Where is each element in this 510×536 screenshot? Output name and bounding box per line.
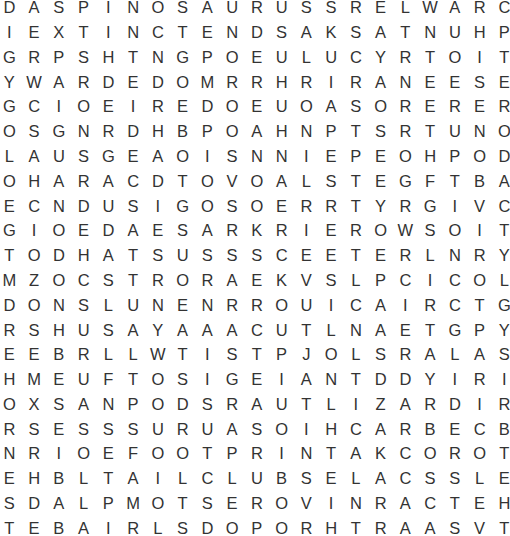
grid-cell[interactable]: O <box>245 193 270 218</box>
grid-cell[interactable]: T <box>492 516 510 536</box>
grid-cell[interactable]: O <box>368 94 393 119</box>
grid-cell[interactable]: A <box>121 317 146 342</box>
grid-cell[interactable]: L <box>344 268 369 293</box>
grid-cell[interactable]: O <box>170 144 195 169</box>
grid-cell[interactable]: A <box>195 317 220 342</box>
grid-cell[interactable]: A <box>121 466 146 491</box>
grid-cell[interactable]: L <box>71 466 96 491</box>
grid-cell[interactable]: S <box>121 417 146 442</box>
grid-cell[interactable]: I <box>47 94 72 119</box>
grid-cell[interactable]: H <box>319 516 344 536</box>
grid-cell[interactable]: R <box>393 193 418 218</box>
grid-cell[interactable]: S <box>344 94 369 119</box>
grid-cell[interactable]: R <box>245 441 270 466</box>
grid-cell[interactable]: T <box>170 20 195 45</box>
grid-cell[interactable]: R <box>269 218 294 243</box>
grid-cell[interactable]: O <box>245 169 270 194</box>
grid-cell[interactable]: S <box>22 119 47 144</box>
grid-cell[interactable]: U <box>245 466 270 491</box>
grid-cell[interactable]: A <box>368 20 393 45</box>
grid-cell[interactable]: C <box>467 417 492 442</box>
grid-cell[interactable]: O <box>22 243 47 268</box>
grid-cell[interactable]: R <box>245 491 270 516</box>
grid-cell[interactable]: R <box>344 69 369 94</box>
grid-cell[interactable]: H <box>418 144 443 169</box>
grid-cell[interactable]: O <box>269 516 294 536</box>
grid-cell[interactable]: A <box>492 169 510 194</box>
grid-cell[interactable]: I <box>418 268 443 293</box>
grid-cell[interactable]: R <box>443 441 468 466</box>
grid-cell[interactable]: R <box>368 491 393 516</box>
grid-cell[interactable]: A <box>220 417 245 442</box>
grid-cell[interactable]: M <box>195 69 220 94</box>
grid-cell[interactable]: L <box>319 392 344 417</box>
grid-cell[interactable]: U <box>47 144 72 169</box>
grid-cell[interactable]: K <box>319 20 344 45</box>
grid-cell[interactable]: T <box>344 193 369 218</box>
grid-cell[interactable]: K <box>269 268 294 293</box>
grid-cell[interactable]: A <box>418 516 443 536</box>
grid-cell[interactable]: T <box>96 466 121 491</box>
grid-cell[interactable]: N <box>121 0 146 20</box>
grid-cell[interactable]: D <box>121 119 146 144</box>
grid-cell[interactable]: L <box>96 293 121 318</box>
grid-cell[interactable]: N <box>47 193 72 218</box>
grid-cell[interactable]: T <box>492 218 510 243</box>
grid-cell[interactable]: U <box>170 243 195 268</box>
grid-cell[interactable]: D <box>195 94 220 119</box>
grid-cell[interactable]: T <box>344 169 369 194</box>
grid-cell[interactable]: N <box>220 20 245 45</box>
grid-cell[interactable]: O <box>146 441 171 466</box>
grid-cell[interactable]: N <box>245 144 270 169</box>
grid-cell[interactable]: S <box>96 268 121 293</box>
grid-cell[interactable]: T <box>443 491 468 516</box>
grid-cell[interactable]: A <box>467 342 492 367</box>
grid-cell[interactable]: R <box>146 94 171 119</box>
grid-cell[interactable]: S <box>245 417 270 442</box>
grid-cell[interactable]: A <box>368 417 393 442</box>
grid-cell[interactable]: N <box>467 119 492 144</box>
grid-cell[interactable]: E <box>443 69 468 94</box>
grid-cell[interactable]: R <box>220 293 245 318</box>
grid-cell[interactable]: U <box>269 392 294 417</box>
grid-cell[interactable]: B <box>47 466 72 491</box>
grid-cell[interactable]: D <box>96 69 121 94</box>
grid-cell[interactable]: Y <box>368 193 393 218</box>
grid-cell[interactable]: H <box>22 466 47 491</box>
grid-cell[interactable]: S <box>71 417 96 442</box>
grid-cell[interactable]: P <box>467 317 492 342</box>
grid-cell[interactable]: H <box>269 69 294 94</box>
grid-cell[interactable]: S <box>47 0 72 20</box>
grid-cell[interactable]: G <box>418 193 443 218</box>
grid-cell[interactable]: N <box>121 20 146 45</box>
grid-cell[interactable]: S <box>71 144 96 169</box>
grid-cell[interactable]: C <box>492 193 510 218</box>
grid-cell[interactable]: R <box>294 193 319 218</box>
grid-cell[interactable]: V <box>294 491 319 516</box>
grid-cell[interactable]: A <box>294 20 319 45</box>
grid-cell[interactable]: T <box>170 169 195 194</box>
grid-cell[interactable]: O <box>146 392 171 417</box>
grid-cell[interactable]: E <box>47 367 72 392</box>
grid-cell[interactable]: A <box>121 218 146 243</box>
grid-cell[interactable]: R <box>418 293 443 318</box>
grid-cell[interactable]: D <box>47 243 72 268</box>
grid-cell[interactable]: S <box>220 243 245 268</box>
grid-cell[interactable]: A <box>294 367 319 392</box>
grid-cell[interactable]: W <box>418 0 443 20</box>
grid-cell[interactable]: G <box>96 144 121 169</box>
grid-cell[interactable]: S <box>146 243 171 268</box>
grid-cell[interactable]: C <box>22 193 47 218</box>
grid-cell[interactable]: C <box>344 45 369 70</box>
grid-cell[interactable]: T <box>492 45 510 70</box>
grid-cell[interactable]: I <box>443 193 468 218</box>
grid-cell[interactable]: E <box>368 0 393 20</box>
grid-cell[interactable]: H <box>467 20 492 45</box>
grid-cell[interactable]: T <box>344 243 369 268</box>
grid-cell[interactable]: O <box>220 119 245 144</box>
grid-cell[interactable]: A <box>22 0 47 20</box>
grid-cell[interactable]: U <box>121 293 146 318</box>
grid-cell[interactable]: R <box>245 293 270 318</box>
grid-cell[interactable]: Z <box>368 392 393 417</box>
grid-cell[interactable]: O <box>220 516 245 536</box>
grid-cell[interactable]: H <box>47 317 72 342</box>
grid-cell[interactable]: E <box>245 367 270 392</box>
grid-cell[interactable]: D <box>393 367 418 392</box>
grid-cell[interactable]: G <box>0 45 22 70</box>
grid-cell[interactable]: D <box>195 516 220 536</box>
grid-cell[interactable]: C <box>443 268 468 293</box>
grid-cell[interactable]: V <box>220 169 245 194</box>
grid-cell[interactable]: G <box>220 367 245 392</box>
grid-cell[interactable]: L <box>467 466 492 491</box>
grid-cell[interactable]: I <box>96 0 121 20</box>
grid-cell[interactable]: L <box>220 466 245 491</box>
grid-cell[interactable]: L <box>443 342 468 367</box>
grid-cell[interactable]: I <box>319 293 344 318</box>
grid-cell[interactable]: T <box>418 45 443 70</box>
grid-cell[interactable]: R <box>71 342 96 367</box>
grid-cell[interactable]: U <box>71 317 96 342</box>
grid-cell[interactable]: E <box>22 516 47 536</box>
grid-cell[interactable]: N <box>393 69 418 94</box>
grid-cell[interactable]: I <box>22 218 47 243</box>
grid-cell[interactable]: T <box>0 243 22 268</box>
grid-cell[interactable]: H <box>146 119 171 144</box>
grid-cell[interactable]: E <box>0 342 22 367</box>
grid-cell[interactable]: R <box>393 94 418 119</box>
grid-cell[interactable]: R <box>294 69 319 94</box>
grid-cell[interactable]: O <box>71 94 96 119</box>
grid-cell[interactable]: Y <box>146 317 171 342</box>
grid-cell[interactable]: D <box>96 218 121 243</box>
grid-cell[interactable]: N <box>294 441 319 466</box>
grid-cell[interactable]: U <box>71 367 96 392</box>
grid-cell[interactable]: D <box>0 293 22 318</box>
grid-cell[interactable]: E <box>418 94 443 119</box>
grid-cell[interactable]: H <box>71 243 96 268</box>
grid-cell[interactable]: S <box>220 144 245 169</box>
grid-cell[interactable]: A <box>47 169 72 194</box>
grid-cell[interactable]: S <box>195 491 220 516</box>
grid-cell[interactable]: O <box>467 144 492 169</box>
grid-cell[interactable]: W <box>393 218 418 243</box>
grid-cell[interactable]: N <box>418 20 443 45</box>
grid-cell[interactable]: R <box>467 367 492 392</box>
grid-cell[interactable]: U <box>294 293 319 318</box>
grid-cell[interactable]: R <box>393 45 418 70</box>
grid-cell[interactable]: I <box>0 20 22 45</box>
grid-cell[interactable]: U <box>269 45 294 70</box>
grid-cell[interactable]: S <box>294 0 319 20</box>
grid-cell[interactable]: A <box>443 0 468 20</box>
grid-cell[interactable]: Y <box>368 45 393 70</box>
grid-cell[interactable]: A <box>368 293 393 318</box>
grid-cell[interactable]: I <box>195 144 220 169</box>
grid-cell[interactable]: O <box>269 491 294 516</box>
grid-cell[interactable]: A <box>71 516 96 536</box>
grid-cell[interactable]: P <box>121 392 146 417</box>
grid-cell[interactable]: D <box>0 0 22 20</box>
grid-cell[interactable]: S <box>418 466 443 491</box>
grid-cell[interactable]: H <box>22 169 47 194</box>
grid-cell[interactable]: P <box>195 119 220 144</box>
grid-cell[interactable]: I <box>492 367 510 392</box>
grid-cell[interactable]: E <box>319 218 344 243</box>
grid-cell[interactable]: R <box>220 69 245 94</box>
grid-cell[interactable]: R <box>368 516 393 536</box>
grid-cell[interactable]: Y <box>418 367 443 392</box>
grid-cell[interactable]: T <box>121 268 146 293</box>
grid-cell[interactable]: L <box>170 466 195 491</box>
grid-cell[interactable]: U <box>146 417 171 442</box>
grid-cell[interactable]: N <box>319 367 344 392</box>
grid-cell[interactable]: T <box>170 491 195 516</box>
grid-cell[interactable]: O <box>71 441 96 466</box>
grid-cell[interactable]: S <box>368 119 393 144</box>
grid-cell[interactable]: D <box>22 491 47 516</box>
grid-cell[interactable]: A <box>220 317 245 342</box>
grid-cell[interactable]: M <box>0 268 22 293</box>
grid-cell[interactable]: C <box>418 491 443 516</box>
grid-cell[interactable]: E <box>0 466 22 491</box>
grid-cell[interactable]: U <box>443 119 468 144</box>
grid-cell[interactable]: T <box>245 342 270 367</box>
grid-cell[interactable]: S <box>22 317 47 342</box>
grid-cell[interactable]: I <box>319 69 344 94</box>
grid-cell[interactable]: R <box>146 268 171 293</box>
grid-cell[interactable]: R <box>220 392 245 417</box>
grid-cell[interactable]: E <box>467 491 492 516</box>
grid-cell[interactable]: S <box>96 317 121 342</box>
grid-cell[interactable]: U <box>443 20 468 45</box>
grid-cell[interactable]: A <box>368 69 393 94</box>
grid-cell[interactable]: G <box>170 193 195 218</box>
grid-cell[interactable]: I <box>96 20 121 45</box>
grid-cell[interactable]: A <box>269 169 294 194</box>
grid-cell[interactable]: P <box>71 0 96 20</box>
grid-cell[interactable]: P <box>96 491 121 516</box>
grid-cell[interactable]: H <box>492 491 510 516</box>
grid-cell[interactable]: D <box>245 20 270 45</box>
grid-cell[interactable]: E <box>170 94 195 119</box>
grid-cell[interactable]: L <box>294 169 319 194</box>
grid-cell[interactable]: O <box>294 94 319 119</box>
grid-cell[interactable]: O <box>319 342 344 367</box>
grid-cell[interactable]: B <box>269 466 294 491</box>
grid-cell[interactable]: C <box>121 169 146 194</box>
grid-cell[interactable]: I <box>319 491 344 516</box>
grid-cell[interactable]: R <box>71 169 96 194</box>
grid-cell[interactable]: Y <box>492 317 510 342</box>
grid-cell[interactable]: O <box>443 45 468 70</box>
grid-cell[interactable]: I <box>443 367 468 392</box>
grid-cell[interactable]: D <box>71 193 96 218</box>
grid-cell[interactable]: S <box>170 0 195 20</box>
grid-cell[interactable]: E <box>195 20 220 45</box>
grid-cell[interactable]: E <box>319 144 344 169</box>
grid-cell[interactable]: R <box>170 417 195 442</box>
grid-cell[interactable]: B <box>47 516 72 536</box>
grid-cell[interactable]: S <box>368 342 393 367</box>
grid-cell[interactable]: S <box>195 243 220 268</box>
grid-cell[interactable]: B <box>170 119 195 144</box>
grid-cell[interactable]: T <box>121 367 146 392</box>
grid-cell[interactable]: A <box>393 392 418 417</box>
grid-cell[interactable]: C <box>245 317 270 342</box>
grid-cell[interactable]: O <box>0 169 22 194</box>
grid-cell[interactable]: R <box>0 417 22 442</box>
grid-cell[interactable]: S <box>467 69 492 94</box>
grid-cell[interactable]: T <box>344 119 369 144</box>
grid-cell[interactable]: C <box>146 20 171 45</box>
grid-cell[interactable]: Y <box>492 243 510 268</box>
grid-cell[interactable]: O <box>393 144 418 169</box>
grid-cell[interactable]: E <box>71 218 96 243</box>
grid-cell[interactable]: T <box>443 169 468 194</box>
grid-cell[interactable]: E <box>443 417 468 442</box>
grid-cell[interactable]: E <box>170 293 195 318</box>
grid-cell[interactable]: E <box>245 45 270 70</box>
grid-cell[interactable]: I <box>344 392 369 417</box>
grid-cell[interactable]: E <box>22 20 47 45</box>
grid-cell[interactable]: G <box>443 317 468 342</box>
grid-cell[interactable]: V <box>467 193 492 218</box>
grid-cell[interactable]: I <box>269 441 294 466</box>
grid-cell[interactable]: T <box>0 516 22 536</box>
grid-cell[interactable]: S <box>492 342 510 367</box>
grid-cell[interactable]: O <box>146 491 171 516</box>
grid-cell[interactable]: R <box>393 119 418 144</box>
grid-cell[interactable]: G <box>0 94 22 119</box>
grid-cell[interactable]: I <box>294 218 319 243</box>
grid-cell[interactable]: K <box>245 218 270 243</box>
grid-cell[interactable]: A <box>368 466 393 491</box>
grid-cell[interactable]: O <box>0 392 22 417</box>
grid-cell[interactable]: A <box>344 441 369 466</box>
grid-cell[interactable]: A <box>220 268 245 293</box>
grid-cell[interactable]: R <box>393 417 418 442</box>
grid-cell[interactable]: B <box>418 417 443 442</box>
grid-cell[interactable]: O <box>418 441 443 466</box>
grid-cell[interactable]: I <box>294 144 319 169</box>
grid-cell[interactable]: I <box>96 516 121 536</box>
grid-cell[interactable]: L <box>418 243 443 268</box>
grid-cell[interactable]: J <box>294 342 319 367</box>
grid-cell[interactable]: E <box>121 144 146 169</box>
grid-cell[interactable]: R <box>393 243 418 268</box>
grid-cell[interactable]: E <box>418 69 443 94</box>
grid-cell[interactable]: V <box>467 516 492 536</box>
grid-cell[interactable]: D <box>492 144 510 169</box>
grid-cell[interactable]: T <box>492 441 510 466</box>
grid-cell[interactable]: R <box>195 268 220 293</box>
grid-cell[interactable]: A <box>393 516 418 536</box>
grid-cell[interactable]: R <box>443 94 468 119</box>
grid-cell[interactable]: U <box>319 45 344 70</box>
grid-cell[interactable]: P <box>195 45 220 70</box>
grid-cell[interactable]: S <box>170 218 195 243</box>
grid-cell[interactable]: T <box>344 367 369 392</box>
grid-cell[interactable]: L <box>71 491 96 516</box>
grid-cell[interactable]: R <box>492 392 510 417</box>
grid-cell[interactable]: O <box>195 169 220 194</box>
grid-cell[interactable]: A <box>195 218 220 243</box>
grid-cell[interactable]: R <box>418 392 443 417</box>
grid-cell[interactable]: S <box>170 516 195 536</box>
grid-cell[interactable]: W <box>146 342 171 367</box>
grid-cell[interactable]: T <box>195 441 220 466</box>
grid-cell[interactable]: E <box>47 417 72 442</box>
grid-cell[interactable]: R <box>319 193 344 218</box>
grid-cell[interactable]: O <box>170 268 195 293</box>
grid-cell[interactable]: R <box>245 0 270 20</box>
grid-cell[interactable]: L <box>146 516 171 536</box>
grid-cell[interactable]: N <box>443 243 468 268</box>
grid-cell[interactable]: E <box>368 169 393 194</box>
grid-cell[interactable]: H <box>0 367 22 392</box>
grid-cell[interactable]: O <box>195 193 220 218</box>
grid-cell[interactable]: F <box>96 367 121 392</box>
grid-cell[interactable]: C <box>344 417 369 442</box>
grid-cell[interactable]: B <box>492 417 510 442</box>
grid-cell[interactable]: O <box>269 293 294 318</box>
grid-cell[interactable]: N <box>146 45 171 70</box>
grid-cell[interactable]: C <box>393 268 418 293</box>
grid-cell[interactable]: E <box>319 243 344 268</box>
grid-cell[interactable]: S <box>418 218 443 243</box>
grid-cell[interactable]: O <box>0 119 22 144</box>
grid-cell[interactable]: L <box>344 342 369 367</box>
grid-cell[interactable]: I <box>195 342 220 367</box>
grid-cell[interactable]: L <box>0 144 22 169</box>
grid-cell[interactable]: L <box>344 466 369 491</box>
grid-cell[interactable]: R <box>245 69 270 94</box>
grid-cell[interactable]: H <box>96 45 121 70</box>
grid-cell[interactable]: F <box>121 441 146 466</box>
grid-cell[interactable]: T <box>121 45 146 70</box>
grid-cell[interactable]: R <box>22 441 47 466</box>
grid-cell[interactable]: G <box>0 218 22 243</box>
grid-cell[interactable]: O <box>146 367 171 392</box>
grid-cell[interactable]: N <box>294 119 319 144</box>
grid-cell[interactable]: O <box>220 94 245 119</box>
grid-cell[interactable]: M <box>121 491 146 516</box>
